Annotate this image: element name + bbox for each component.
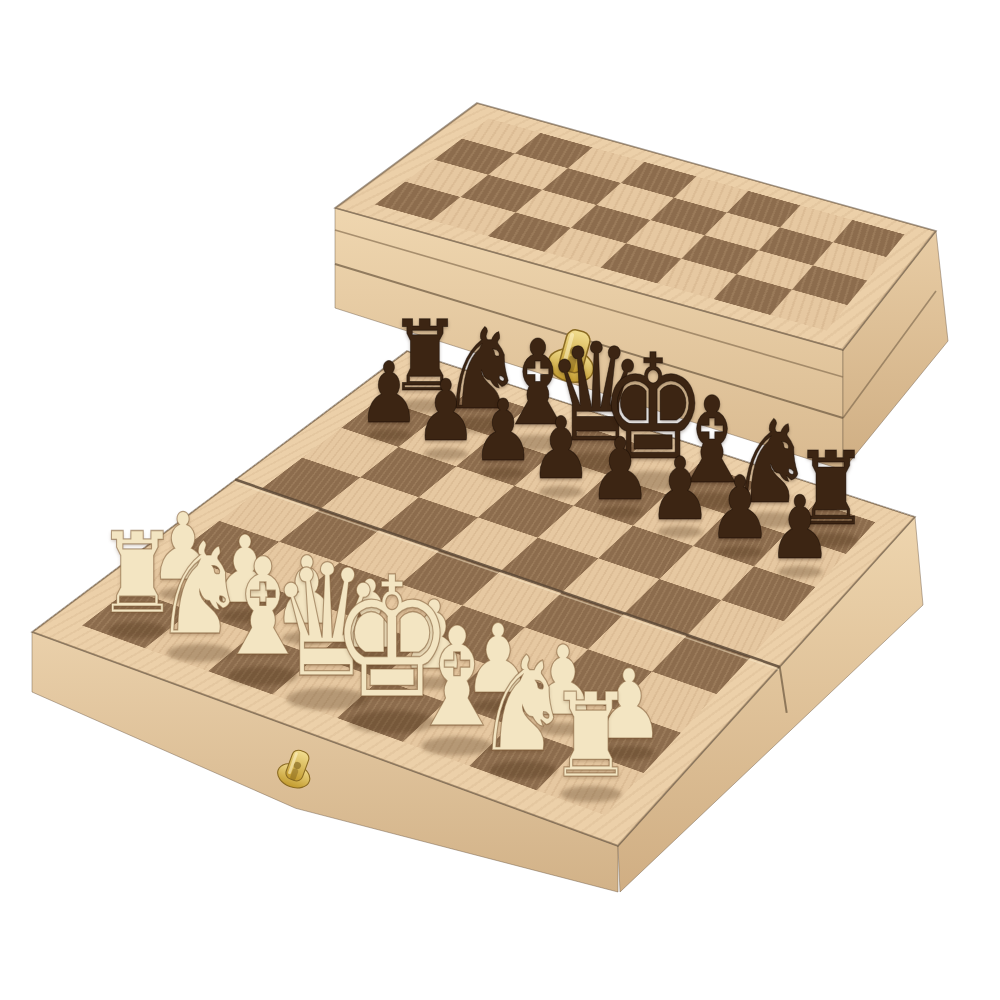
brass-clasp-closed-box [544,325,602,387]
fold-seam-on-side-face [780,667,787,713]
chess-board [32,351,915,846]
brass-clasp-open-board [274,746,318,793]
closed-box-lid-checkerboard [335,103,936,350]
chess-set-photo: Wooden folding chess set on a white back… [0,0,1000,1000]
